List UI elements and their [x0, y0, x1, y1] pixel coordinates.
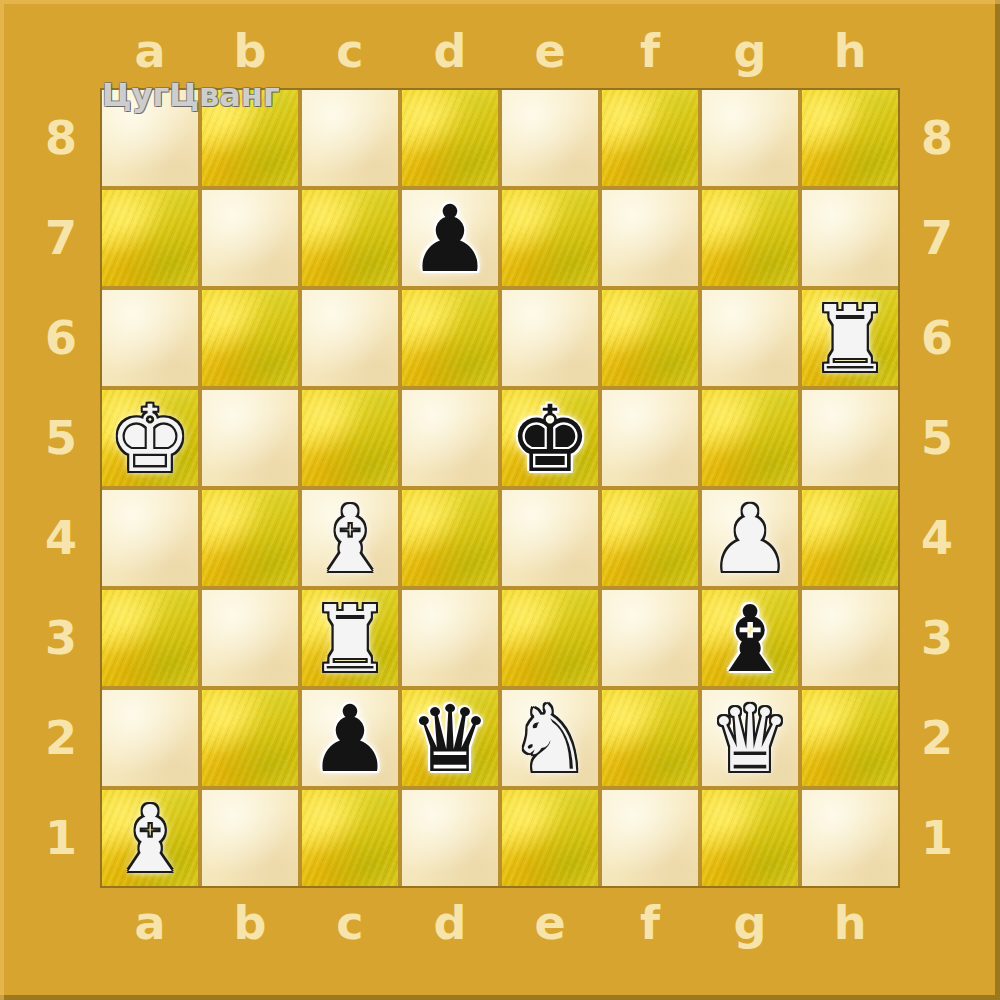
- square-d2[interactable]: ♛: [402, 690, 498, 786]
- square-e5[interactable]: ♚: [502, 390, 598, 486]
- black-queen[interactable]: ♛: [409, 694, 491, 786]
- square-b1[interactable]: [202, 790, 298, 886]
- square-h1[interactable]: [802, 790, 898, 886]
- white-pawn[interactable]: ♟: [709, 494, 791, 586]
- file-labels-bottom: abcdefgh: [100, 896, 900, 950]
- file-label-a: a: [100, 896, 200, 950]
- square-a1[interactable]: ♝: [102, 790, 198, 886]
- square-h2[interactable]: [802, 690, 898, 786]
- file-label-h: h: [800, 24, 900, 78]
- square-g4[interactable]: ♟: [702, 490, 798, 586]
- square-g8[interactable]: [702, 90, 798, 186]
- black-king[interactable]: ♚: [509, 394, 591, 486]
- square-f3[interactable]: [602, 590, 698, 686]
- rank-label-3: 3: [30, 588, 92, 688]
- square-a2[interactable]: [102, 690, 198, 786]
- square-f8[interactable]: [602, 90, 698, 186]
- square-b3[interactable]: [202, 590, 298, 686]
- square-f4[interactable]: [602, 490, 698, 586]
- square-h7[interactable]: [802, 190, 898, 286]
- rank-label-4: 4: [906, 488, 968, 588]
- square-c5[interactable]: [302, 390, 398, 486]
- white-rook[interactable]: ♜: [309, 594, 391, 686]
- square-c6[interactable]: [302, 290, 398, 386]
- square-a4[interactable]: [102, 490, 198, 586]
- file-label-b: b: [200, 896, 300, 950]
- file-label-h: h: [800, 896, 900, 950]
- rank-label-1: 1: [30, 788, 92, 888]
- square-a8[interactable]: [102, 90, 198, 186]
- rank-label-7: 7: [30, 188, 92, 288]
- square-h6[interactable]: ♜: [802, 290, 898, 386]
- file-label-d: d: [400, 24, 500, 78]
- square-d4[interactable]: [402, 490, 498, 586]
- square-g7[interactable]: [702, 190, 798, 286]
- square-c1[interactable]: [302, 790, 398, 886]
- file-label-b: b: [200, 24, 300, 78]
- square-c7[interactable]: [302, 190, 398, 286]
- square-f5[interactable]: [602, 390, 698, 486]
- rank-label-2: 2: [906, 688, 968, 788]
- square-h8[interactable]: [802, 90, 898, 186]
- square-g6[interactable]: [702, 290, 798, 386]
- square-e7[interactable]: [502, 190, 598, 286]
- black-pawn[interactable]: ♟: [409, 194, 491, 286]
- square-c8[interactable]: [302, 90, 398, 186]
- white-king[interactable]: ♚: [109, 394, 191, 486]
- square-a5[interactable]: ♚: [102, 390, 198, 486]
- square-c3[interactable]: ♜: [302, 590, 398, 686]
- square-c4[interactable]: ♝: [302, 490, 398, 586]
- square-a3[interactable]: [102, 590, 198, 686]
- square-b6[interactable]: [202, 290, 298, 386]
- file-labels-top: abcdefgh: [100, 24, 900, 78]
- square-g3[interactable]: ♝: [702, 590, 798, 686]
- square-b5[interactable]: [202, 390, 298, 486]
- square-d1[interactable]: [402, 790, 498, 886]
- rank-label-6: 6: [30, 288, 92, 388]
- rank-label-1: 1: [906, 788, 968, 888]
- square-d8[interactable]: [402, 90, 498, 186]
- file-label-f: f: [600, 896, 700, 950]
- square-b7[interactable]: [202, 190, 298, 286]
- file-label-d: d: [400, 896, 500, 950]
- square-c2[interactable]: ♟: [302, 690, 398, 786]
- square-e4[interactable]: [502, 490, 598, 586]
- white-queen[interactable]: ♛: [709, 694, 791, 786]
- square-h3[interactable]: [802, 590, 898, 686]
- square-b2[interactable]: [202, 690, 298, 786]
- file-label-a: a: [100, 24, 200, 78]
- rank-labels-right: 87654321: [906, 88, 968, 888]
- square-g5[interactable]: [702, 390, 798, 486]
- square-g2[interactable]: ♛: [702, 690, 798, 786]
- white-bishop[interactable]: ♝: [309, 494, 391, 586]
- file-label-c: c: [300, 24, 400, 78]
- square-e2[interactable]: ♞: [502, 690, 598, 786]
- rank-label-4: 4: [30, 488, 92, 588]
- rank-label-2: 2: [30, 688, 92, 788]
- rank-label-7: 7: [906, 188, 968, 288]
- square-f7[interactable]: [602, 190, 698, 286]
- rank-label-3: 3: [906, 588, 968, 688]
- square-d5[interactable]: [402, 390, 498, 486]
- chess-board: ♟♜♚♚♝♟♜♝♟♛♞♛♝: [100, 88, 900, 888]
- file-label-e: e: [500, 24, 600, 78]
- file-label-f: f: [600, 24, 700, 78]
- white-rook[interactable]: ♜: [809, 294, 891, 386]
- file-label-c: c: [300, 896, 400, 950]
- square-e1[interactable]: [502, 790, 598, 886]
- square-g1[interactable]: [702, 790, 798, 886]
- square-h5[interactable]: [802, 390, 898, 486]
- square-e3[interactable]: [502, 590, 598, 686]
- rank-label-5: 5: [906, 388, 968, 488]
- file-label-g: g: [700, 896, 800, 950]
- black-bishop[interactable]: ♝: [709, 594, 791, 686]
- black-pawn[interactable]: ♟: [309, 694, 391, 786]
- square-b4[interactable]: [202, 490, 298, 586]
- square-d7[interactable]: ♟: [402, 190, 498, 286]
- square-a7[interactable]: [102, 190, 198, 286]
- square-h4[interactable]: [802, 490, 898, 586]
- square-f2[interactable]: [602, 690, 698, 786]
- square-f1[interactable]: [602, 790, 698, 886]
- square-f6[interactable]: [602, 290, 698, 386]
- file-label-g: g: [700, 24, 800, 78]
- square-e8[interactable]: [502, 90, 598, 186]
- file-label-e: e: [500, 896, 600, 950]
- rank-label-8: 8: [30, 88, 92, 188]
- square-a6[interactable]: [102, 290, 198, 386]
- rank-label-6: 6: [906, 288, 968, 388]
- white-knight[interactable]: ♞: [509, 694, 591, 786]
- square-d3[interactable]: [402, 590, 498, 686]
- white-bishop[interactable]: ♝: [109, 794, 191, 886]
- rank-label-5: 5: [30, 388, 92, 488]
- board-frame: ЦугЦванг abcdefgh abcdefgh 87654321 8765…: [0, 0, 1000, 1000]
- square-b8[interactable]: [202, 90, 298, 186]
- square-e6[interactable]: [502, 290, 598, 386]
- rank-labels-left: 87654321: [30, 88, 92, 888]
- square-d6[interactable]: [402, 290, 498, 386]
- rank-label-8: 8: [906, 88, 968, 188]
